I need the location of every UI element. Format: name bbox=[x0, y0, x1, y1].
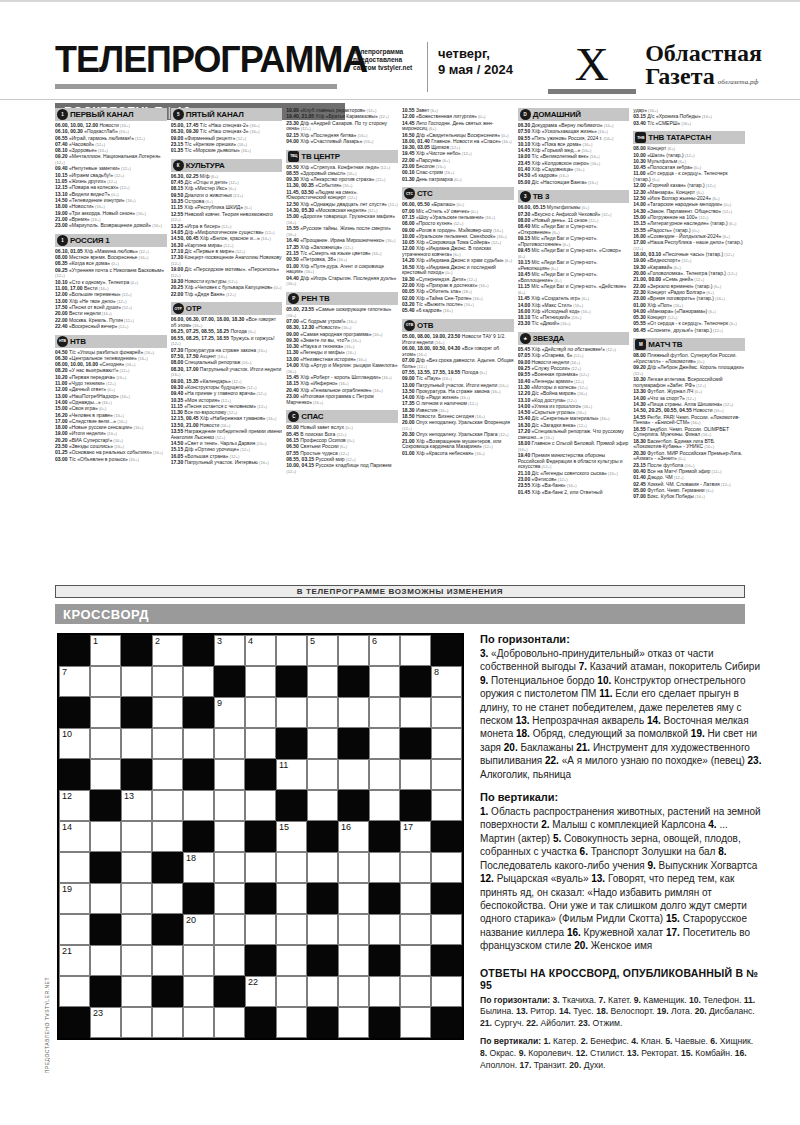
crossword-cell: 8 bbox=[431, 666, 462, 697]
crossword-cell bbox=[214, 759, 245, 790]
crossword-cell bbox=[183, 666, 214, 697]
crossword-cell bbox=[214, 821, 245, 852]
channel-logo-icon: 3 bbox=[520, 191, 531, 202]
crossword-cell bbox=[90, 666, 121, 697]
crossword-cell bbox=[214, 728, 245, 759]
channel-header: DДОМАШНИЙ bbox=[518, 108, 630, 121]
channel-logo-icon: ТНВ bbox=[635, 132, 646, 143]
channel-name: ТВ 3 bbox=[533, 192, 550, 201]
crossword-cell bbox=[245, 914, 276, 945]
crossword-cell bbox=[338, 1007, 369, 1038]
crossword-cell bbox=[152, 728, 183, 759]
crossword-cell bbox=[338, 914, 369, 945]
crossword-cell bbox=[338, 697, 369, 728]
channel-name: СТС bbox=[417, 189, 433, 198]
channel-logo-icon: Р bbox=[288, 293, 299, 304]
channel-header: ОТРОТР bbox=[171, 302, 283, 315]
crossword-black-cell bbox=[214, 666, 245, 697]
program-line: 20.30 Футбол. МИР Российская Премьер-Лиг… bbox=[633, 451, 745, 462]
crossword-cell bbox=[121, 728, 152, 759]
clue-number: 23 bbox=[93, 1008, 103, 1018]
program-line: 08.40 М/с «Леди Баг и Супер-кот». «Откро… bbox=[518, 224, 630, 235]
crossword-cell: 22 bbox=[245, 976, 276, 1007]
crossword-black-cell bbox=[59, 759, 90, 790]
channel-name: ПЯТЫЙ КАНАЛ bbox=[186, 110, 244, 119]
crossword-black-cell bbox=[369, 883, 400, 914]
channel-name: ТВ ЦЕНТР bbox=[301, 152, 339, 161]
crossword-cell: 2 bbox=[152, 635, 183, 666]
crossword-cell: 6 bbox=[369, 635, 400, 666]
crossword-cell bbox=[152, 945, 183, 976]
crossword-cell bbox=[152, 759, 183, 790]
page-edge bbox=[0, 0, 800, 2]
crossword-cell bbox=[90, 697, 121, 728]
channel-logo-icon: 1 bbox=[57, 235, 68, 246]
program-line: 22.00 Т/ф «Дядя Ваня» (12+) bbox=[171, 292, 283, 298]
channel-logo-icon: С bbox=[288, 411, 299, 422]
crossword-cell bbox=[214, 790, 245, 821]
clue-number: 11 bbox=[279, 760, 288, 770]
crossword-cell: 3 bbox=[214, 635, 245, 666]
crossword-cell bbox=[245, 697, 276, 728]
crossword-cell bbox=[59, 976, 90, 1007]
crossword-black-cell bbox=[400, 790, 431, 821]
clue-number: 22 bbox=[248, 977, 258, 987]
crossword-cell bbox=[369, 666, 400, 697]
crossword-cell bbox=[400, 635, 431, 666]
crossword-cell: 10 bbox=[59, 728, 90, 759]
crossword-cell bbox=[214, 852, 245, 883]
crossword-cell: 20 bbox=[183, 914, 214, 945]
crossword-cell bbox=[400, 1007, 431, 1038]
clue-number: 5 bbox=[310, 636, 315, 646]
program-line: 05.40 «6 кадров» (16+) bbox=[402, 308, 514, 314]
program-line: 23.00 «Итоговая программа с Петром Марче… bbox=[286, 394, 398, 405]
channel-header: 3ТВ 3 bbox=[518, 190, 630, 203]
program-line: 06.55, 08.25, 17.25, 18.55 Тружусь и гор… bbox=[171, 336, 283, 347]
crossword-cell bbox=[400, 759, 431, 790]
crossword-cell bbox=[121, 945, 152, 976]
channel-logo-icon: 1 bbox=[57, 109, 68, 120]
crossword-cell bbox=[338, 976, 369, 1007]
channel-logo-icon: К bbox=[173, 160, 184, 171]
crossword-black-cell bbox=[276, 728, 307, 759]
crossword-cell bbox=[214, 883, 245, 914]
answers-down: По вертикали: 1. Катер. 2. Бенефис. 4. К… bbox=[480, 1036, 762, 1071]
program-line: 11.15 М/с «Леди Баг и Супер-кот». «Дейст… bbox=[518, 284, 630, 295]
clue-number: 15 bbox=[279, 822, 289, 832]
program-line: 07.00 Бокс. Кубок Победы (16+) bbox=[633, 494, 745, 500]
program-line: 15.55 «Русские тайны. Жизнь после смерти… bbox=[286, 226, 398, 237]
crossword-black-cell bbox=[431, 945, 462, 976]
crossword-black-cell bbox=[307, 821, 338, 852]
channel-header: ССПАС bbox=[286, 410, 398, 423]
program-line: 17.30 Патрульный участок. Интервью (16+) bbox=[171, 460, 283, 466]
channel-header: РРЕН ТВ bbox=[286, 292, 398, 305]
program-line: 11.00 «От сердца - к сердцу». Телеочерк … bbox=[633, 171, 745, 182]
clue-number: 18 bbox=[186, 853, 196, 863]
program-line: 01.35 Т/с «Морские дьяволы» (16+) bbox=[171, 148, 283, 154]
crossword-black-cell bbox=[90, 914, 121, 945]
crossword-black-cell bbox=[369, 1007, 400, 1038]
crossword-cell bbox=[307, 914, 338, 945]
program-line: 06.00, 18.00, 00.50, 04.30 «Все говорят … bbox=[402, 346, 514, 357]
tv-column: 19.00 «Клуб главных редакторов» (12+)19.… bbox=[286, 108, 398, 578]
clue-number: 10 bbox=[62, 729, 72, 739]
crossword-cell bbox=[121, 1007, 152, 1038]
program-line: 17.20 «Специальный репортаж. Что русском… bbox=[518, 429, 630, 440]
crossword-cell bbox=[431, 852, 462, 883]
program-line: 19.40 Премия министерства обороны Россий… bbox=[518, 453, 630, 470]
crossword-cell: 23 bbox=[90, 1007, 121, 1038]
crossword-cell bbox=[183, 790, 214, 821]
clue-number: 9 bbox=[217, 698, 222, 708]
program-line: 14.55 Регби. PARI Чемп. России. «Локомот… bbox=[633, 415, 745, 426]
crossword-black-cell bbox=[431, 821, 462, 852]
crossword-cell bbox=[307, 697, 338, 728]
crossword-black-cell bbox=[121, 759, 152, 790]
newspaper-logo-line1: Областная bbox=[645, 42, 762, 65]
x-mark-underline bbox=[548, 89, 636, 94]
answers-title: ОТВЕТЫ НА КРОССВОРД, ОПУБЛИКОВАННЫЙ В № … bbox=[480, 967, 762, 991]
crossword-cell bbox=[59, 914, 90, 945]
crossword-cell bbox=[152, 1007, 183, 1038]
channel-logo-icon: ★ bbox=[520, 333, 531, 344]
channel-header: 1ПЕРВЫЙ КАНАЛ bbox=[55, 108, 167, 121]
crossword-black-cell bbox=[307, 883, 338, 914]
program-line: 10.00, 04.15 Русское кладбище под Париже… bbox=[286, 463, 398, 474]
answers-direction-label: По вертикали: bbox=[480, 1036, 543, 1046]
crossword-black-cell bbox=[214, 976, 245, 1007]
crossword-cell bbox=[400, 883, 431, 914]
crossword-black-cell bbox=[90, 852, 121, 883]
program-line: 10.45 М/с «Леди Баг и Супер-кот». «Вопло… bbox=[518, 272, 630, 283]
crossword-black-cell bbox=[90, 976, 121, 1007]
program-line: 05.00, 08.00, 19.00, 23.50 Новости ТАУ 9… bbox=[402, 334, 514, 345]
clue-number: 6 bbox=[372, 636, 377, 646]
crossword-black-cell bbox=[400, 728, 431, 759]
clue-number: 21 bbox=[62, 946, 72, 956]
crossword-grid: 1234567891011121314151617181920212223 bbox=[57, 633, 464, 1040]
program-line: 06.45 «Споемте, друзья!» (татар.) (12+) bbox=[633, 328, 745, 334]
program-line: 17.00 «Наша Республика - наше дело» (тат… bbox=[633, 240, 745, 251]
crossword-cell: 7 bbox=[59, 666, 90, 697]
program-line: 01.30 День патриарха (0+) bbox=[402, 177, 514, 183]
crossword-black-cell bbox=[152, 976, 183, 1007]
program-line: 08.30, 17.00 Патрульный участок. Итоги н… bbox=[171, 367, 283, 378]
tv-column: DДОМАШНИЙ06.30 Докудрама «Верну любимого… bbox=[518, 108, 630, 578]
program-line: 01.00 Х/ф «Пуля-дура. Агент и сокровище … bbox=[286, 264, 398, 275]
crossword-cell bbox=[338, 852, 369, 883]
program-line: 06.00, 06.30, 07.00, 18.00, 18.30 «Все г… bbox=[171, 317, 283, 328]
crossword-black-cell bbox=[307, 945, 338, 976]
tv-column: 5ПЯТЫЙ КАНАЛ05.00, 17.45 Т/с «Наш спецна… bbox=[171, 108, 283, 578]
crossword-cell bbox=[338, 945, 369, 976]
crossword-black-cell bbox=[276, 666, 307, 697]
answers-across: По горизонтали: 3. Ткачиха. 7. Катет. 9.… bbox=[480, 995, 762, 1030]
crossword-cell bbox=[121, 914, 152, 945]
header-rule bbox=[0, 99, 800, 100]
crossword-cell: 12 bbox=[59, 790, 90, 821]
crossword-cell bbox=[369, 790, 400, 821]
across-clues-title: По горизонтали: bbox=[480, 633, 762, 645]
crossword-cell bbox=[369, 728, 400, 759]
crossword-cell bbox=[214, 914, 245, 945]
crossword-black-cell bbox=[59, 635, 90, 666]
crossword-cell bbox=[214, 1007, 245, 1038]
down-clues-title: По вертикали: bbox=[480, 791, 762, 803]
crossword-cell bbox=[338, 883, 369, 914]
crossword-cell bbox=[276, 1007, 307, 1038]
crossword-cell: 11 bbox=[276, 759, 307, 790]
crossword-cell bbox=[276, 697, 307, 728]
clue-number: 20 bbox=[186, 915, 196, 925]
program-line: 23.30 Д/ф «Андрей Сахаров. По ту сторону… bbox=[286, 121, 398, 132]
crossword-black-cell bbox=[59, 697, 90, 728]
crossword-grid-block: 1234567891011121314151617181920212223 ПР… bbox=[57, 633, 464, 1078]
program-line: 10.15 М/с «Леди Баг и Супер-кот». «Револ… bbox=[518, 260, 630, 271]
masthead-underline bbox=[55, 84, 337, 89]
down-clues: 1. Область распространения животных, рас… bbox=[480, 805, 762, 952]
crossword-black-cell bbox=[245, 759, 276, 790]
crossword-black-cell bbox=[431, 883, 462, 914]
crossword-black-cell bbox=[431, 1007, 462, 1038]
crossword-black-cell bbox=[183, 821, 214, 852]
crossword-black-cell bbox=[369, 821, 400, 852]
crossword-cell bbox=[245, 666, 276, 697]
header-divider bbox=[427, 42, 428, 92]
crossword-cell bbox=[121, 852, 152, 883]
program-line: 16.55 Гандбол. Чемп. России. OLIMPBET Су… bbox=[633, 427, 745, 438]
newspaper-page: ТЕЛЕПРОГРАММА Телепрограмма предоставлен… bbox=[0, 0, 800, 1125]
crossword-cell bbox=[245, 790, 276, 821]
crossword-cell: 18 bbox=[183, 852, 214, 883]
crossword-black-cell bbox=[338, 790, 369, 821]
program-line: 09.15 М/с «Леди Баг и Супер-кот». «Проти… bbox=[518, 236, 630, 247]
crossword-cell bbox=[152, 666, 183, 697]
crossword-black-cell bbox=[152, 914, 183, 945]
program-line: 12.55 Невский ковчег. Теория невозможног… bbox=[171, 212, 283, 223]
crossword-cell bbox=[431, 728, 462, 759]
crossword-black-cell bbox=[338, 666, 369, 697]
clue-number: 8 bbox=[434, 667, 439, 677]
channel-name: ПЕРВЫЙ КАНАЛ bbox=[70, 110, 134, 119]
channel-name: ТНВ ТАТАРСТАН bbox=[648, 133, 711, 142]
channel-header: СТССТС bbox=[402, 187, 514, 200]
crossword-cell bbox=[431, 976, 462, 1007]
crossword-black-cell bbox=[245, 821, 276, 852]
crossword-black-cell bbox=[59, 1007, 90, 1038]
crossword-cell bbox=[90, 821, 121, 852]
crossword-cell: 13 bbox=[121, 790, 152, 821]
program-line: 05.00 Д/с «Настоящая Ванга» (16+) bbox=[518, 180, 630, 186]
channel-header: ККУЛЬТУРА bbox=[171, 159, 283, 172]
clue-number: 1 bbox=[93, 636, 98, 646]
crossword-cell: 5 bbox=[307, 635, 338, 666]
crossword-cell bbox=[276, 883, 307, 914]
channel-logo-icon: ОТР bbox=[173, 303, 184, 314]
channel-name: НТВ bbox=[70, 337, 86, 346]
channel-name: СПАС bbox=[301, 412, 323, 421]
clue-number: 14 bbox=[62, 822, 72, 832]
program-line: 03.40 Т/с «СМЕРШ» (16+) bbox=[633, 121, 745, 127]
crossword-cell bbox=[276, 914, 307, 945]
channel-logo-icon: ТВЦ bbox=[288, 151, 299, 162]
tv-column: удар» (16+)03.15 Д/с «Хроника Победы» (1… bbox=[633, 108, 745, 578]
channel-header: ★ЗВЕЗДА bbox=[518, 332, 630, 345]
program-line: 16.50 Х/ф «Индиана Джонс и последний кре… bbox=[402, 265, 514, 276]
page-title: ТЕЛЕПРОГРАММА bbox=[55, 40, 338, 80]
newspaper-logo-line2: Газетаоблгазета.рф bbox=[645, 65, 762, 94]
crossword-cell: 19 bbox=[59, 883, 90, 914]
crossword-cell bbox=[338, 635, 369, 666]
crossword-black-cell bbox=[183, 759, 214, 790]
program-line: 18.30 Баскетбол. Единая лига ВТБ. «Локом… bbox=[633, 439, 745, 450]
program-line: 14.00 Х/ф «Артур и Мерлин: рыцари Камело… bbox=[286, 363, 398, 374]
tv-column: 1ПЕРВЫЙ КАНАЛ06.00, 10.00, 12.00 Новости… bbox=[55, 108, 167, 578]
crossword-cell bbox=[214, 945, 245, 976]
crossword-cell bbox=[400, 976, 431, 1007]
program-line: 20.00 Опух неподалеку. Уральская Флоренц… bbox=[402, 420, 514, 431]
crossword-cell bbox=[307, 790, 338, 821]
newspaper-site: облгазета.рф bbox=[718, 78, 759, 86]
program-line: 17.30 Концерт-посвящение Анатолию Новико… bbox=[171, 255, 283, 266]
crossword-black-cell bbox=[338, 728, 369, 759]
crossword-cell bbox=[121, 821, 152, 852]
crossword-black-cell bbox=[183, 883, 214, 914]
clue-number: 2 bbox=[155, 636, 160, 646]
crossword-cell bbox=[121, 666, 152, 697]
program-line: 12.00 Х/ф «Индиана Джонс. В поисках утра… bbox=[402, 246, 514, 257]
program-line: 09.20 Д/ф «Леброн Джеймс. Король площадк… bbox=[633, 365, 745, 376]
channel-name: ЗВЕЗДА bbox=[533, 334, 564, 343]
channel-name: ОТВ bbox=[417, 321, 433, 330]
crossword-black-cell bbox=[245, 945, 276, 976]
page-header: ТЕЛЕПРОГРАММА Телепрограмма предоставлен… bbox=[55, 40, 762, 98]
crossword-cell bbox=[431, 697, 462, 728]
x-mark: X bbox=[575, 40, 609, 88]
crossword-section-header: КРОССВОРД bbox=[55, 604, 745, 624]
crossword-cell bbox=[369, 852, 400, 883]
issue-date: четверг, 9 мая / 2024 bbox=[438, 46, 538, 78]
clue-number: 13 bbox=[124, 791, 134, 801]
crossword-black-cell bbox=[121, 697, 152, 728]
program-line: 23.00 «Мариуполь. Возвращение домой» (16… bbox=[55, 223, 167, 229]
channel-header: 5ПЯТЫЙ КАНАЛ bbox=[171, 108, 283, 121]
crossword-cell bbox=[431, 790, 462, 821]
crossword-black-cell bbox=[90, 790, 121, 821]
crossword-cell bbox=[245, 728, 276, 759]
crossword-cell bbox=[59, 852, 90, 883]
channel-header: НТВНТВ bbox=[55, 335, 167, 348]
crossword-cell bbox=[152, 697, 183, 728]
crossword-cell bbox=[90, 883, 121, 914]
channel-header: ОТВОТВ bbox=[402, 319, 514, 332]
crossword-black-cell bbox=[245, 883, 276, 914]
crossword-cell bbox=[276, 852, 307, 883]
crossword-cell bbox=[183, 1007, 214, 1038]
crossword-black-cell bbox=[431, 635, 462, 666]
crossword-cell: 4 bbox=[245, 635, 276, 666]
program-line: 07.00 Д/ф «Без срока давности. Адыгея. О… bbox=[402, 358, 514, 369]
crossword-cell bbox=[307, 666, 338, 697]
program-line: 21.00 Х/ф «Возвращение мушкетеров, или С… bbox=[402, 439, 514, 450]
program-line: 23.30 Т/с «Дикий» (16+) bbox=[518, 321, 630, 327]
across-clues: 3. «Добровольно-принудительный» отказ от… bbox=[480, 647, 762, 781]
program-line: 15.00 «Дорогие товарищи. Грузинская мафи… bbox=[286, 214, 398, 225]
program-line: 09.20 «Мечталлион. Национальная Лотерея»… bbox=[55, 154, 167, 165]
crossword-black-cell bbox=[400, 666, 431, 697]
crossword-cell: 17 bbox=[400, 821, 431, 852]
crossword-cell bbox=[152, 821, 183, 852]
issue-date-weekday: четверг, bbox=[438, 46, 538, 62]
answers-direction-label: По горизонтали: bbox=[480, 995, 553, 1005]
program-line: 09.45 М/с «Леди Баг и Супер-кот». «Сгово… bbox=[518, 248, 630, 259]
program-line: 10.30 Легкая атлетика. Всероссийский пол… bbox=[633, 377, 745, 388]
newspaper-logo: Областная Газетаоблгазета.рф bbox=[645, 42, 762, 94]
program-line: 14.45 Лето Господне. День святых жен-мир… bbox=[402, 121, 514, 132]
crossword-cell: 9 bbox=[214, 697, 245, 728]
crossword-cell bbox=[152, 883, 183, 914]
clue-number: 4 bbox=[248, 636, 253, 646]
clue-number: 16 bbox=[341, 822, 351, 832]
crossword-clues-block: По горизонтали: 3. «Добровольно-принудит… bbox=[480, 633, 762, 1078]
crossword-black-cell bbox=[307, 1007, 338, 1038]
channel-logo-icon: D bbox=[520, 109, 531, 120]
crossword-cell bbox=[400, 914, 431, 945]
crossword-cell bbox=[369, 759, 400, 790]
crossword-cell bbox=[307, 728, 338, 759]
crossword-black-cell bbox=[183, 635, 214, 666]
channel-name: ДОМАШНИЙ bbox=[533, 110, 581, 119]
crossword-cell bbox=[431, 759, 462, 790]
crossword-cell bbox=[307, 852, 338, 883]
issue-date-day: 9 мая / 2024 bbox=[438, 62, 538, 78]
crossword-cell bbox=[245, 852, 276, 883]
crossword-cell bbox=[183, 945, 214, 976]
crossword-cell bbox=[369, 914, 400, 945]
channel-logo-icon: М bbox=[635, 339, 646, 350]
channel-name: ОТР bbox=[186, 304, 202, 313]
channel-logo-icon: ОТВ bbox=[404, 320, 415, 331]
channel-name: МАТЧ ТВ bbox=[648, 340, 682, 349]
crossword-cell bbox=[400, 852, 431, 883]
channel-name: КУЛЬТУРА bbox=[186, 161, 225, 170]
clue-number: 7 bbox=[62, 667, 67, 677]
crossword-area: 1234567891011121314151617181920212223 ПР… bbox=[57, 633, 762, 1078]
crossword-cell bbox=[307, 976, 338, 1007]
channel-header: ТНВТНВ ТАТАРСТАН bbox=[633, 131, 745, 144]
program-line: 04.40 Д/ф «Игорь Старыгин. Последняя дуэ… bbox=[286, 276, 398, 287]
crossword-cell: 1 bbox=[90, 635, 121, 666]
crossword-provider-note: ПРЕДОСТАВЛЕНО TVSTYLER.NET bbox=[44, 977, 50, 1073]
tv-listings: 1ПЕРВЫЙ КАНАЛ06.00, 10.00, 12.00 Новости… bbox=[55, 108, 745, 578]
schedule-change-notice: В ТЕЛЕПРОГРАММЕ ВОЗМОЖНЫ ИЗМЕНЕНИЯ bbox=[55, 585, 745, 598]
program-line: 22.40 «Воскресный вечер» (12+) bbox=[55, 324, 167, 330]
channel-logo-icon: НТВ bbox=[57, 336, 68, 347]
channel-name: РОССИЯ 1 bbox=[70, 236, 110, 245]
program-line: 03.00 Т/с «Объявлен в розыск» (16+) bbox=[55, 457, 167, 463]
tv-column: 10.55 Завет (6+)12.00 «Божественная литу… bbox=[402, 108, 514, 578]
x-mark-block: X bbox=[538, 40, 645, 94]
crossword-cell bbox=[307, 759, 338, 790]
crossword-cell bbox=[121, 976, 152, 1007]
crossword-cell bbox=[90, 759, 121, 790]
clue-number: 17 bbox=[403, 822, 413, 832]
program-line: 01.00 Х/ф «Красота небесная» (16+) bbox=[402, 451, 514, 457]
crossword-cell bbox=[183, 976, 214, 1007]
crossword-cell: 14 bbox=[59, 821, 90, 852]
